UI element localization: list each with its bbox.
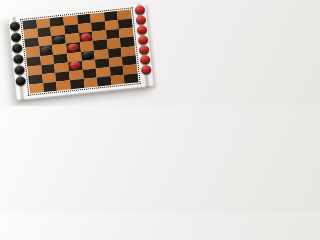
draughts-man-glyph: ⛂ [18, 78, 24, 84]
square-r8c1[interactable] [29, 83, 44, 93]
square-r8c6[interactable] [97, 76, 112, 86]
draughts-man-glyph: ⛂ [85, 52, 91, 58]
draughts-man-glyph: ⛂ [143, 67, 149, 73]
play-area: ⛂⛂⛂⛂⛂⛂ [20, 7, 140, 95]
square-r8c5[interactable] [83, 77, 98, 87]
draughts-man-glyph: ⛂ [140, 37, 146, 43]
draughts-man-glyph: ⛂ [142, 57, 148, 63]
draughts-man-glyph: ⛂ [139, 27, 145, 33]
square-r8c3[interactable] [56, 80, 71, 90]
draughts-man-glyph: ⛂ [16, 56, 22, 62]
black-checker[interactable]: ⛂ [12, 43, 23, 53]
red-checker[interactable]: ⛂ [134, 5, 145, 15]
draughts-man-glyph: ⛂ [17, 67, 23, 73]
black-checker[interactable]: ⛂ [11, 32, 22, 42]
red-checker[interactable]: ⛂ [136, 25, 147, 35]
draughts-man-glyph: ⛂ [70, 44, 76, 50]
square-r8c2[interactable] [43, 82, 58, 92]
draughts-man-glyph: ⛂ [14, 45, 20, 51]
red-checker[interactable]: ⛂ [135, 15, 146, 25]
draughts-man-glyph: ⛂ [13, 34, 19, 40]
draughts-man-glyph: ⛂ [138, 17, 144, 23]
square-r8c7[interactable] [110, 75, 125, 85]
black-checker[interactable]: ⛂ [15, 76, 26, 86]
draughts-man-glyph: ⛂ [83, 34, 89, 40]
red-checker[interactable]: ⛂ [140, 65, 151, 75]
red-checker[interactable]: ⛂ [139, 55, 150, 65]
red-checker[interactable]: ⛂ [138, 45, 149, 55]
draughts-man-glyph: ⛂ [72, 63, 78, 69]
square-r8c4[interactable] [70, 79, 85, 89]
square-r8c8[interactable] [124, 73, 139, 83]
draughts-man-glyph: ⛂ [141, 47, 147, 53]
draughts-man-glyph: ⛂ [43, 47, 49, 53]
checkers-board: ⛂⛂⛂⛂⛂⛂ ⛂⛂⛂⛂⛂⛂ ⛂⛂⛂⛂⛂⛂⛂ [8, 3, 154, 101]
black-checker[interactable]: ⛂ [14, 65, 25, 75]
draughts-man-glyph: ⛂ [12, 23, 18, 29]
black-checker[interactable]: ⛂ [10, 21, 21, 31]
draughts-man-glyph: ⛂ [137, 7, 143, 13]
red-checker[interactable]: ⛂ [137, 35, 148, 45]
board-grid: ⛂⛂⛂⛂⛂⛂ [22, 10, 138, 94]
draughts-man-glyph: ⛂ [56, 37, 62, 43]
black-checker[interactable]: ⛂ [13, 54, 24, 64]
